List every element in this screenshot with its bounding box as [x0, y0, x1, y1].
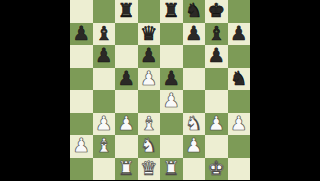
square-h4[interactable] [228, 90, 251, 113]
square-d4[interactable] [138, 90, 161, 113]
square-g5[interactable] [205, 68, 228, 91]
piece-white-pawn[interactable]: ♟ [163, 90, 180, 112]
square-e8[interactable]: ♜ [160, 0, 183, 23]
square-h7[interactable]: ♟ [228, 23, 251, 46]
square-g8[interactable]: ♚ [205, 0, 228, 23]
square-f5[interactable] [183, 68, 206, 91]
piece-black-pawn[interactable]: ♟ [208, 45, 225, 67]
square-h8[interactable] [228, 0, 251, 23]
square-h1[interactable] [228, 158, 251, 181]
square-c3[interactable]: ♟ [115, 113, 138, 136]
piece-white-bishop[interactable]: ♝ [140, 113, 157, 135]
piece-white-pawn[interactable]: ♟ [140, 68, 157, 90]
piece-black-bishop[interactable]: ♝ [95, 23, 112, 45]
piece-black-pawn[interactable]: ♟ [73, 23, 90, 45]
square-b8[interactable] [93, 0, 116, 23]
square-b4[interactable] [93, 90, 116, 113]
square-f2[interactable]: ♟ [183, 135, 206, 158]
square-f6[interactable] [183, 45, 206, 68]
square-h6[interactable] [228, 45, 251, 68]
square-c5[interactable]: ♟ [115, 68, 138, 91]
piece-white-queen[interactable]: ♛ [140, 158, 157, 180]
square-b5[interactable] [93, 68, 116, 91]
piece-black-rook[interactable]: ♜ [163, 0, 180, 22]
square-d6[interactable]: ♟ [138, 45, 161, 68]
piece-white-pawn[interactable]: ♟ [118, 113, 135, 135]
square-c6[interactable] [115, 45, 138, 68]
piece-black-rook[interactable]: ♜ [118, 0, 135, 22]
square-g1[interactable]: ♚ [205, 158, 228, 181]
square-f4[interactable] [183, 90, 206, 113]
piece-white-king[interactable]: ♚ [208, 158, 225, 180]
square-d5[interactable]: ♟ [138, 68, 161, 91]
square-c7[interactable] [115, 23, 138, 46]
piece-black-pawn[interactable]: ♟ [230, 23, 247, 45]
square-h2[interactable] [228, 135, 251, 158]
square-f8[interactable]: ♞ [183, 0, 206, 23]
square-d1[interactable]: ♛ [138, 158, 161, 181]
square-g3[interactable]: ♟ [205, 113, 228, 136]
square-c4[interactable] [115, 90, 138, 113]
square-b3[interactable]: ♟ [93, 113, 116, 136]
square-g7[interactable]: ♝ [205, 23, 228, 46]
piece-black-pawn[interactable]: ♟ [140, 45, 157, 67]
piece-white-pawn[interactable]: ♟ [95, 113, 112, 135]
piece-black-knight[interactable]: ♞ [230, 68, 247, 90]
piece-white-knight[interactable]: ♞ [140, 135, 157, 157]
square-a1[interactable] [70, 158, 93, 181]
square-c8[interactable]: ♜ [115, 0, 138, 23]
square-a3[interactable] [70, 113, 93, 136]
square-h5[interactable]: ♞ [228, 68, 251, 91]
square-b7[interactable]: ♝ [93, 23, 116, 46]
piece-white-rook[interactable]: ♜ [118, 158, 135, 180]
square-e1[interactable]: ♜ [160, 158, 183, 181]
square-d3[interactable]: ♝ [138, 113, 161, 136]
piece-black-pawn[interactable]: ♟ [185, 23, 202, 45]
square-g6[interactable]: ♟ [205, 45, 228, 68]
piece-white-pawn[interactable]: ♟ [73, 135, 90, 157]
piece-black-bishop[interactable]: ♝ [208, 23, 225, 45]
square-a6[interactable] [70, 45, 93, 68]
square-c1[interactable]: ♜ [115, 158, 138, 181]
square-e6[interactable] [160, 45, 183, 68]
piece-black-pawn[interactable]: ♟ [163, 68, 180, 90]
piece-white-pawn[interactable]: ♟ [185, 135, 202, 157]
piece-black-queen[interactable]: ♛ [140, 23, 157, 45]
square-h3[interactable]: ♟ [228, 113, 251, 136]
square-e5[interactable]: ♟ [160, 68, 183, 91]
square-d7[interactable]: ♛ [138, 23, 161, 46]
square-b2[interactable]: ♝ [93, 135, 116, 158]
square-c2[interactable] [115, 135, 138, 158]
square-a2[interactable]: ♟ [70, 135, 93, 158]
piece-white-pawn[interactable]: ♟ [230, 113, 247, 135]
square-e4[interactable]: ♟ [160, 90, 183, 113]
piece-white-knight[interactable]: ♞ [185, 113, 202, 135]
square-a4[interactable] [70, 90, 93, 113]
piece-white-rook[interactable]: ♜ [163, 158, 180, 180]
square-f3[interactable]: ♞ [183, 113, 206, 136]
piece-black-pawn[interactable]: ♟ [95, 45, 112, 67]
chess-app-viewport: ♜♜♞♚♟♝♛♟♝♟♟♟♟♟♟♟♞♟♟♟♝♞♟♟♟♝♞♟♜♛♜♚ [0, 0, 320, 180]
square-b6[interactable]: ♟ [93, 45, 116, 68]
letterbox-right [250, 0, 320, 180]
square-g2[interactable] [205, 135, 228, 158]
square-a5[interactable] [70, 68, 93, 91]
piece-black-king[interactable]: ♚ [208, 0, 225, 22]
piece-white-pawn[interactable]: ♟ [208, 113, 225, 135]
square-a7[interactable]: ♟ [70, 23, 93, 46]
square-e7[interactable] [160, 23, 183, 46]
square-e2[interactable] [160, 135, 183, 158]
piece-black-pawn[interactable]: ♟ [118, 68, 135, 90]
piece-black-knight[interactable]: ♞ [185, 0, 202, 22]
letterbox-left [0, 0, 70, 180]
square-g4[interactable] [205, 90, 228, 113]
square-f7[interactable]: ♟ [183, 23, 206, 46]
square-a8[interactable] [70, 0, 93, 23]
square-f1[interactable] [183, 158, 206, 181]
square-d2[interactable]: ♞ [138, 135, 161, 158]
square-e3[interactable] [160, 113, 183, 136]
chess-board[interactable]: ♜♜♞♚♟♝♛♟♝♟♟♟♟♟♟♟♞♟♟♟♝♞♟♟♟♝♞♟♜♛♜♚ [70, 0, 250, 180]
square-b1[interactable] [93, 158, 116, 181]
square-d8[interactable] [138, 0, 161, 23]
piece-white-bishop[interactable]: ♝ [95, 135, 112, 157]
